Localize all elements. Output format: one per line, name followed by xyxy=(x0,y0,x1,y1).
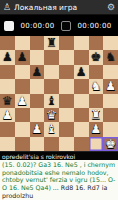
square-g8[interactable] xyxy=(89,36,104,50)
square-d7[interactable] xyxy=(44,50,59,64)
square-c8[interactable] xyxy=(30,36,45,50)
black-pawn: ♟ xyxy=(74,65,89,79)
square-a2[interactable] xyxy=(0,122,15,136)
square-a5[interactable] xyxy=(0,79,15,93)
white-pawn: ♟ xyxy=(89,122,104,136)
square-e7[interactable] xyxy=(59,50,74,64)
white-king: ♚ xyxy=(103,137,118,151)
square-e4[interactable] xyxy=(59,94,74,108)
square-a3[interactable]: ♟ xyxy=(0,108,15,122)
square-c2[interactable]: ♟ xyxy=(30,122,45,136)
square-e6[interactable] xyxy=(59,65,74,79)
black-clock: 00:00:00 xyxy=(75,22,114,30)
square-c1[interactable] xyxy=(30,137,45,151)
square-d4[interactable]: ♝ xyxy=(44,94,59,108)
square-d2[interactable]: ♝ xyxy=(44,122,59,136)
square-f1[interactable] xyxy=(74,137,89,151)
square-a7[interactable]: ♟ xyxy=(0,50,15,64)
square-c5[interactable] xyxy=(30,79,45,93)
square-c3[interactable] xyxy=(30,108,45,122)
square-c7[interactable] xyxy=(30,50,45,64)
square-g6[interactable] xyxy=(89,65,104,79)
white-clock: 00:00:00 xyxy=(18,22,57,30)
square-h3[interactable] xyxy=(103,108,118,122)
square-d8[interactable]: ♜ xyxy=(44,36,59,50)
square-a4[interactable]: ♛ xyxy=(0,94,15,108)
square-a1[interactable] xyxy=(0,137,15,151)
black-pawn: ♟ xyxy=(30,65,45,79)
square-b3[interactable] xyxy=(15,108,30,122)
square-f6[interactable]: ♟ xyxy=(74,65,89,79)
white-pawn: ♟ xyxy=(15,94,30,108)
square-g7[interactable]: ♚ xyxy=(89,50,104,64)
black-pawn: ♟ xyxy=(0,50,15,64)
square-g5[interactable]: ♞ xyxy=(89,79,104,93)
white-pawn: ♟ xyxy=(0,108,15,122)
square-g1[interactable] xyxy=(89,137,104,151)
white-pawn: ♟ xyxy=(30,122,45,136)
square-f3[interactable] xyxy=(74,108,89,122)
black-player-icon xyxy=(61,21,71,31)
square-b6[interactable] xyxy=(15,65,30,79)
status-bar: opredelit'sia s rokirovkoi xyxy=(0,151,118,160)
gear-icon[interactable]: ⚙ xyxy=(107,0,115,15)
square-d1[interactable] xyxy=(44,137,59,151)
white-queen: ♛ xyxy=(44,108,59,122)
chess-app-window: ♙ Локальная игра ⚙ 00:00:00 00:00:00 ♜♟♟… xyxy=(0,0,118,200)
black-bishop: ♝ xyxy=(44,94,59,108)
square-d5[interactable] xyxy=(44,79,59,93)
square-c4[interactable] xyxy=(30,94,45,108)
analysis-comment[interactable]: (15. 0.02)? Ga3 16. Ne5 , i chernym pona… xyxy=(0,160,118,200)
title-bar: ♙ Локальная игра ⚙ xyxy=(0,0,118,15)
square-b1[interactable] xyxy=(15,137,30,151)
white-bishop: ♝ xyxy=(44,122,59,136)
square-h2[interactable] xyxy=(103,122,118,136)
square-h1[interactable]: ♚ xyxy=(103,137,118,151)
square-a6[interactable] xyxy=(0,65,15,79)
chess-pawn-icon: ♙ xyxy=(3,0,11,15)
square-d3[interactable]: ♛ xyxy=(44,108,59,122)
square-f5[interactable] xyxy=(74,79,89,93)
square-b5[interactable] xyxy=(15,79,30,93)
square-h7[interactable]: ♞ xyxy=(103,50,118,64)
black-rook: ♜ xyxy=(44,36,59,50)
square-h8[interactable] xyxy=(103,36,118,50)
square-b4[interactable]: ♟ xyxy=(15,94,30,108)
white-pawn: ♟ xyxy=(103,79,118,93)
square-e1[interactable] xyxy=(59,137,74,151)
square-e3[interactable] xyxy=(59,108,74,122)
black-queen: ♛ xyxy=(0,94,15,108)
status-text: opredelit'sia s rokirovkoi xyxy=(2,153,75,160)
chess-board: ♜♟♟♚♞♟♟♞♟♛♟♝♟♛♜♟♝♟♚ xyxy=(0,36,118,151)
square-a8[interactable] xyxy=(0,36,15,50)
square-f4[interactable] xyxy=(74,94,89,108)
square-h4[interactable] xyxy=(103,94,118,108)
white-knight: ♞ xyxy=(89,79,104,93)
black-knight: ♞ xyxy=(103,50,118,64)
square-h6[interactable] xyxy=(103,65,118,79)
black-king: ♚ xyxy=(89,50,104,64)
square-f2[interactable] xyxy=(74,122,89,136)
square-g3[interactable]: ♜ xyxy=(89,108,104,122)
black-pawn: ♟ xyxy=(15,50,30,64)
white-rook: ♜ xyxy=(89,108,104,122)
square-f8[interactable] xyxy=(74,36,89,50)
white-player-icon xyxy=(4,21,14,31)
square-f7[interactable] xyxy=(74,50,89,64)
square-d6[interactable] xyxy=(44,65,59,79)
square-e8[interactable] xyxy=(59,36,74,50)
square-b8[interactable] xyxy=(15,36,30,50)
square-e5[interactable] xyxy=(59,79,74,93)
square-c6[interactable]: ♟ xyxy=(30,65,45,79)
square-b7[interactable]: ♟ xyxy=(15,50,30,64)
page-title: Локальная игра xyxy=(14,3,104,12)
clock-bar: 00:00:00 00:00:00 xyxy=(0,15,118,36)
square-h5[interactable]: ♟ xyxy=(103,79,118,93)
square-g2[interactable]: ♟ xyxy=(89,122,104,136)
square-g4[interactable] xyxy=(89,94,104,108)
square-e2[interactable] xyxy=(59,122,74,136)
square-b2[interactable] xyxy=(15,122,30,136)
